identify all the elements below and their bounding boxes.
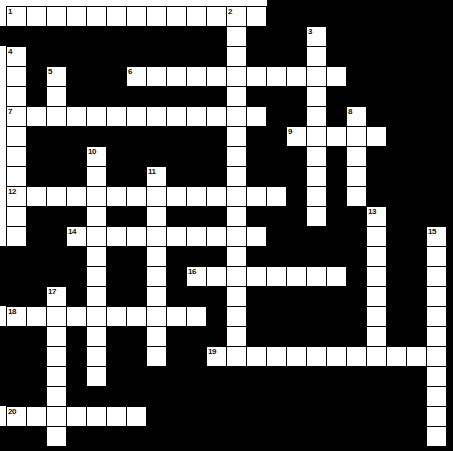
cell-r11-c7[interactable] xyxy=(146,226,167,247)
cell-r17-c20[interactable] xyxy=(406,346,427,367)
cell-r5-c11[interactable] xyxy=(226,106,247,127)
cell-r17-c21[interactable] xyxy=(426,346,447,367)
cell-r0-c6[interactable] xyxy=(126,6,147,27)
cell-r0-c9[interactable] xyxy=(186,6,207,27)
cell-r5-c12[interactable] xyxy=(246,106,267,127)
cell-r12-c7[interactable] xyxy=(146,246,167,267)
cell-r7-c17[interactable] xyxy=(346,146,367,167)
clue-number-4: 4 xyxy=(8,47,12,56)
cell-r4-c11[interactable] xyxy=(226,86,247,107)
clue-number-18: 18 xyxy=(8,307,16,316)
cell-r11-c12[interactable] xyxy=(246,226,267,247)
cell-r16-c4[interactable] xyxy=(86,326,107,347)
cell-r0-c8[interactable] xyxy=(166,6,187,27)
clue-number-12: 12 xyxy=(8,187,16,196)
cell-r12-c11[interactable] xyxy=(226,246,247,267)
clue-number-8: 8 xyxy=(348,107,352,116)
cell-r15-c0[interactable]: 18 xyxy=(6,306,27,327)
cell-r17-c18[interactable] xyxy=(366,346,387,367)
cell-r12-c18[interactable] xyxy=(366,246,387,267)
cell-r11-c18[interactable] xyxy=(366,226,387,247)
cell-r0-c0[interactable]: 1 xyxy=(6,6,27,27)
cell-r5-c17[interactable]: 8 xyxy=(346,106,367,127)
clue-number-2: 2 xyxy=(228,7,232,16)
cell-r11-c6[interactable] xyxy=(126,226,147,247)
cell-r5-c3[interactable] xyxy=(66,106,87,127)
cell-r8-c11[interactable] xyxy=(226,166,247,187)
clue-number-3: 3 xyxy=(308,27,312,36)
cell-r6-c11[interactable] xyxy=(226,126,247,147)
cell-r3-c11[interactable] xyxy=(226,66,247,87)
cell-r17-c13[interactable] xyxy=(266,346,287,367)
cell-r11-c8[interactable] xyxy=(166,226,187,247)
cell-r11-c11[interactable] xyxy=(226,226,247,247)
cell-r13-c11[interactable] xyxy=(226,266,247,287)
cell-r11-c0[interactable] xyxy=(6,226,27,247)
clue-number-10: 10 xyxy=(88,147,96,156)
cell-r18-c21[interactable] xyxy=(426,366,447,387)
cell-r9-c6[interactable] xyxy=(126,186,147,207)
cell-r10-c15[interactable] xyxy=(306,206,327,227)
clue-number-14: 14 xyxy=(68,227,76,236)
cell-r17-c19[interactable] xyxy=(386,346,407,367)
cell-r14-c2[interactable]: 17 xyxy=(46,286,67,307)
crossword-page: 1234567891011121314151617181920 xyxy=(0,0,453,451)
cell-r3-c14[interactable] xyxy=(286,66,307,87)
cell-r16-c2[interactable] xyxy=(46,326,67,347)
cell-r11-c4[interactable] xyxy=(86,226,107,247)
cell-r2-c15[interactable] xyxy=(306,46,327,67)
cell-r3-c0[interactable] xyxy=(6,66,27,87)
cell-r5-c4[interactable] xyxy=(86,106,107,127)
cell-r7-c0[interactable] xyxy=(6,146,27,167)
cell-r11-c9[interactable] xyxy=(186,226,207,247)
cell-r8-c0[interactable] xyxy=(6,166,27,187)
cell-r15-c18[interactable] xyxy=(366,306,387,327)
clue-number-11: 11 xyxy=(148,167,155,176)
cell-r6-c16[interactable] xyxy=(326,126,347,147)
clue-number-20: 20 xyxy=(8,407,16,416)
cell-r13-c9[interactable]: 16 xyxy=(186,266,207,287)
cell-r3-c9[interactable] xyxy=(186,66,207,87)
cell-r4-c15[interactable] xyxy=(306,86,327,107)
cell-r15-c11[interactable] xyxy=(226,306,247,327)
cell-r15-c8[interactable] xyxy=(166,306,187,327)
cell-r13-c21[interactable] xyxy=(426,266,447,287)
cell-r17-c16[interactable] xyxy=(326,346,347,367)
cell-r19-c21[interactable] xyxy=(426,386,447,407)
cell-r10-c11[interactable] xyxy=(226,206,247,227)
cell-r9-c11[interactable] xyxy=(226,186,247,207)
clue-number-6: 6 xyxy=(128,67,132,76)
cell-r13-c12[interactable] xyxy=(246,266,267,287)
cell-r9-c7[interactable] xyxy=(146,186,167,207)
cell-r17-c7[interactable] xyxy=(146,346,167,367)
clue-number-7: 7 xyxy=(8,107,12,116)
cell-r21-c21[interactable] xyxy=(426,426,447,447)
cell-r5-c2[interactable] xyxy=(46,106,67,127)
cell-r8-c15[interactable] xyxy=(306,166,327,187)
crossword-board: 1234567891011121314151617181920 xyxy=(0,0,453,451)
cell-r13-c10[interactable] xyxy=(206,266,227,287)
cell-r9-c15[interactable] xyxy=(306,186,327,207)
cell-r14-c21[interactable] xyxy=(426,286,447,307)
cell-r9-c3[interactable] xyxy=(66,186,87,207)
cell-r2-c0[interactable]: 4 xyxy=(6,46,27,67)
cell-r8-c7[interactable]: 11 xyxy=(146,166,167,187)
cell-r13-c15[interactable] xyxy=(306,266,327,287)
cell-r2-c11[interactable] xyxy=(226,46,247,67)
cell-r17-c4[interactable] xyxy=(86,346,107,367)
cell-r17-c14[interactable] xyxy=(286,346,307,367)
cell-r5-c0[interactable]: 7 xyxy=(6,106,27,127)
cell-r20-c4[interactable] xyxy=(86,406,107,427)
cell-r9-c1[interactable] xyxy=(26,186,47,207)
cell-r5-c6[interactable] xyxy=(126,106,147,127)
cell-r14-c4[interactable] xyxy=(86,286,107,307)
cell-r15-c1[interactable] xyxy=(26,306,47,327)
cell-r10-c4[interactable] xyxy=(86,206,107,227)
cell-r20-c5[interactable] xyxy=(106,406,127,427)
cell-r9-c5[interactable] xyxy=(106,186,127,207)
cell-r0-c4[interactable] xyxy=(86,6,107,27)
cell-r11-c21[interactable]: 15 xyxy=(426,226,447,247)
cell-r7-c15[interactable] xyxy=(306,146,327,167)
cell-r5-c15[interactable] xyxy=(306,106,327,127)
cell-r0-c1[interactable] xyxy=(26,6,47,27)
cell-r6-c14[interactable]: 9 xyxy=(286,126,307,147)
cell-r5-c1[interactable] xyxy=(26,106,47,127)
cell-r5-c7[interactable] xyxy=(146,106,167,127)
cell-r6-c0[interactable] xyxy=(6,126,27,147)
cell-r13-c14[interactable] xyxy=(286,266,307,287)
cell-r9-c12[interactable] xyxy=(246,186,267,207)
cell-r20-c1[interactable] xyxy=(26,406,47,427)
cell-r5-c8[interactable] xyxy=(166,106,187,127)
clue-number-19: 19 xyxy=(208,347,216,356)
cell-r13-c13[interactable] xyxy=(266,266,287,287)
clue-number-9: 9 xyxy=(288,127,292,136)
cell-r13-c7[interactable] xyxy=(146,266,167,287)
cell-r9-c13[interactable] xyxy=(266,186,287,207)
cell-r0-c2[interactable] xyxy=(46,6,67,27)
cell-r17-c2[interactable] xyxy=(46,346,67,367)
cell-r14-c7[interactable] xyxy=(146,286,167,307)
cell-r0-c11[interactable]: 2 xyxy=(226,6,247,27)
cell-r5-c10[interactable] xyxy=(206,106,227,127)
clue-number-16: 16 xyxy=(188,267,196,276)
cell-r3-c12[interactable] xyxy=(246,66,267,87)
cell-r8-c4[interactable] xyxy=(86,166,107,187)
cell-r1-c15[interactable]: 3 xyxy=(306,26,327,47)
cell-r0-c7[interactable] xyxy=(146,6,167,27)
cell-r15-c7[interactable] xyxy=(146,306,167,327)
cell-r6-c17[interactable] xyxy=(346,126,367,147)
cell-r10-c0[interactable] xyxy=(6,206,27,227)
cell-r18-c4[interactable] xyxy=(86,366,107,387)
cell-r6-c18[interactable] xyxy=(366,126,387,147)
cell-r15-c9[interactable] xyxy=(186,306,207,327)
cell-r10-c7[interactable] xyxy=(146,206,167,227)
cell-r9-c2[interactable] xyxy=(46,186,67,207)
cell-r20-c21[interactable] xyxy=(426,406,447,427)
cell-r9-c4[interactable] xyxy=(86,186,107,207)
cell-r12-c21[interactable] xyxy=(426,246,447,267)
cell-r15-c4[interactable] xyxy=(86,306,107,327)
cell-r16-c18[interactable] xyxy=(366,326,387,347)
cell-r14-c18[interactable] xyxy=(366,286,387,307)
cell-r1-c11[interactable] xyxy=(226,26,247,47)
cell-r20-c6[interactable] xyxy=(126,406,147,427)
cell-r7-c11[interactable] xyxy=(226,146,247,167)
clue-number-17: 17 xyxy=(48,287,56,296)
cell-r19-c2[interactable] xyxy=(46,386,67,407)
cell-r16-c21[interactable] xyxy=(426,326,447,347)
cell-r13-c16[interactable] xyxy=(326,266,347,287)
clue-number-1: 1 xyxy=(8,7,12,16)
cell-r4-c0[interactable] xyxy=(6,86,27,107)
cell-r20-c0[interactable]: 20 xyxy=(6,406,27,427)
cell-r3-c7[interactable] xyxy=(146,66,167,87)
cell-r15-c6[interactable] xyxy=(126,306,147,327)
cell-r9-c9[interactable] xyxy=(186,186,207,207)
cell-r7-c4[interactable]: 10 xyxy=(86,146,107,167)
cell-r3-c6[interactable]: 6 xyxy=(126,66,147,87)
cell-r11-c10[interactable] xyxy=(206,226,227,247)
cell-r17-c10[interactable]: 19 xyxy=(206,346,227,367)
cell-r5-c9[interactable] xyxy=(186,106,207,127)
cell-r12-c4[interactable] xyxy=(86,246,107,267)
cell-r3-c8[interactable] xyxy=(166,66,187,87)
cell-r11-c3[interactable]: 14 xyxy=(66,226,87,247)
cell-r4-c2[interactable] xyxy=(46,86,67,107)
clue-number-5: 5 xyxy=(48,67,52,76)
cell-r17-c11[interactable] xyxy=(226,346,247,367)
cell-r16-c11[interactable] xyxy=(226,326,247,347)
cell-r6-c15[interactable] xyxy=(306,126,327,147)
cell-r15-c3[interactable] xyxy=(66,306,87,327)
cell-r5-c5[interactable] xyxy=(106,106,127,127)
cell-r20-c3[interactable] xyxy=(66,406,87,427)
cell-r15-c5[interactable] xyxy=(106,306,127,327)
cell-r16-c7[interactable] xyxy=(146,326,167,347)
cell-r3-c10[interactable] xyxy=(206,66,227,87)
cell-r9-c17[interactable] xyxy=(346,186,367,207)
cell-r14-c11[interactable] xyxy=(226,286,247,307)
cell-r10-c18[interactable]: 13 xyxy=(366,206,387,227)
cell-r3-c15[interactable] xyxy=(306,66,327,87)
cell-r17-c12[interactable] xyxy=(246,346,267,367)
cell-r18-c2[interactable] xyxy=(46,366,67,387)
cell-r0-c5[interactable] xyxy=(106,6,127,27)
clue-number-15: 15 xyxy=(428,227,436,236)
clue-number-13: 13 xyxy=(368,207,376,216)
cell-r9-c10[interactable] xyxy=(206,186,227,207)
cell-r8-c17[interactable] xyxy=(346,166,367,187)
cell-r17-c17[interactable] xyxy=(346,346,367,367)
cell-r15-c21[interactable] xyxy=(426,306,447,327)
cell-r11-c5[interactable] xyxy=(106,226,127,247)
cell-r17-c15[interactable] xyxy=(306,346,327,367)
cell-r13-c18[interactable] xyxy=(366,266,387,287)
cell-r21-c2[interactable] xyxy=(46,426,67,447)
cell-r13-c4[interactable] xyxy=(86,266,107,287)
cell-r3-c2[interactable]: 5 xyxy=(46,66,67,87)
cell-r3-c13[interactable] xyxy=(266,66,287,87)
cell-r15-c2[interactable] xyxy=(46,306,67,327)
cell-r9-c8[interactable] xyxy=(166,186,187,207)
cell-r3-c16[interactable] xyxy=(326,66,347,87)
cell-r9-c0[interactable]: 12 xyxy=(6,186,27,207)
cell-r20-c2[interactable] xyxy=(46,406,67,427)
cell-r0-c10[interactable] xyxy=(206,6,227,27)
cell-r0-c12[interactable] xyxy=(246,6,267,27)
cell-r0-c3[interactable] xyxy=(66,6,87,27)
